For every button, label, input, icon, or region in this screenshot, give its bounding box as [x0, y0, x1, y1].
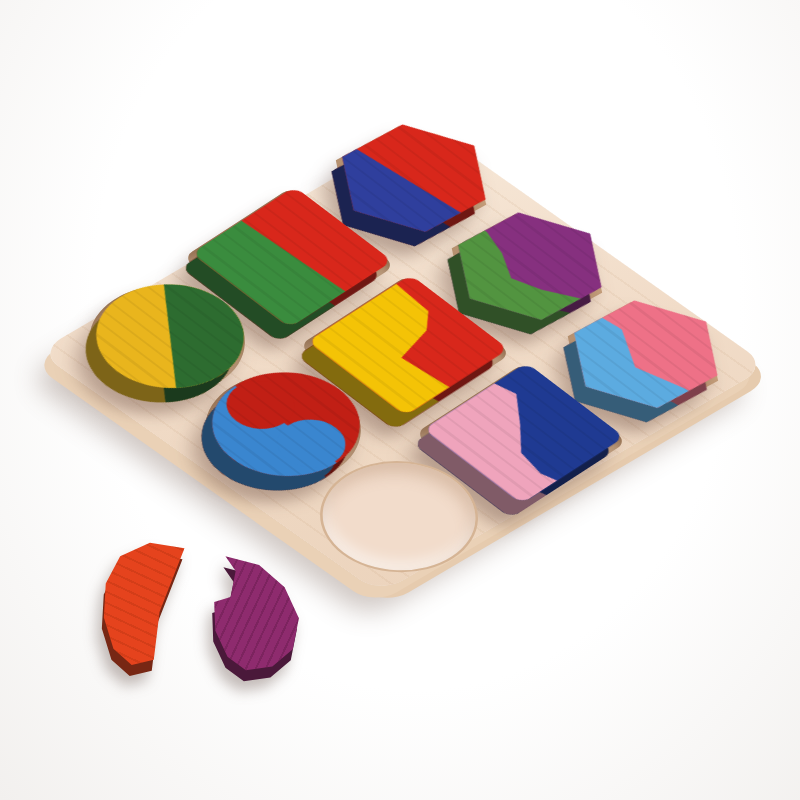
- puzzle-photo: [0, 0, 800, 800]
- piece-top-face: [100, 540, 196, 676]
- loose-piece-red-circle-segment[interactable]: [100, 540, 196, 676]
- piece-top-face: [203, 550, 305, 674]
- slot-grid: [48, 99, 762, 600]
- loose-piece-purple-circle-segment[interactable]: [203, 550, 305, 674]
